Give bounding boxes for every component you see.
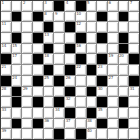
white-cell-r1c4[interactable] xyxy=(33,1,43,11)
clue-number: 18 xyxy=(44,54,49,58)
white-cell-r1c11[interactable]: 6 xyxy=(108,1,118,11)
black-cell-r13c8 xyxy=(76,129,86,139)
black-cell-r6c13 xyxy=(129,54,139,64)
black-cell-r9c9 xyxy=(87,87,97,97)
black-cell-r8c1 xyxy=(1,76,11,86)
white-cell-r5c6[interactable] xyxy=(54,44,64,54)
black-cell-r6c4 xyxy=(33,54,43,64)
clue-number: 4 xyxy=(66,1,68,5)
white-cell-r10c1[interactable] xyxy=(1,97,11,107)
white-cell-r7c8[interactable]: 22 xyxy=(76,65,86,75)
black-cell-r9c7 xyxy=(65,87,75,97)
white-cell-r12c7[interactable]: 37 xyxy=(65,119,75,129)
white-cell-r8c3[interactable] xyxy=(22,76,32,86)
clue-number: 10 xyxy=(76,12,81,16)
clue-number: 28 xyxy=(2,87,7,91)
white-cell-r9c3[interactable]: 29 xyxy=(22,87,32,97)
white-cell-r4c6[interactable] xyxy=(54,33,64,43)
white-cell-r11c1[interactable]: 33 xyxy=(1,108,11,118)
white-cell-r8c9[interactable] xyxy=(87,76,97,86)
black-cell-r8c10 xyxy=(97,76,107,86)
black-cell-r4c4 xyxy=(33,33,43,43)
clue-number: 20 xyxy=(119,54,124,58)
clue-number: 27 xyxy=(108,76,113,80)
white-cell-r9c6[interactable] xyxy=(54,87,64,97)
white-cell-r1c2[interactable] xyxy=(12,1,22,11)
white-cell-r1c10[interactable] xyxy=(97,1,107,11)
white-cell-r3c4[interactable] xyxy=(33,22,43,32)
clue-number: 21 xyxy=(2,65,7,69)
white-cell-r7c6[interactable] xyxy=(54,65,64,75)
clue-number: 2 xyxy=(23,1,25,5)
white-cell-r7c3[interactable] xyxy=(22,65,32,75)
clue-number: 38 xyxy=(87,119,92,123)
white-cell-r4c3[interactable] xyxy=(22,33,32,43)
white-cell-r12c5[interactable]: 36 xyxy=(44,119,54,129)
black-cell-r4c2 xyxy=(12,33,22,43)
white-cell-r12c1[interactable] xyxy=(1,119,11,129)
white-cell-r6c12[interactable]: 20 xyxy=(119,54,129,64)
white-cell-r7c4[interactable] xyxy=(33,65,43,75)
black-cell-r3c5 xyxy=(44,22,54,32)
white-cell-r13c11[interactable] xyxy=(108,129,118,139)
black-cell-r4c12 xyxy=(119,33,129,43)
white-cell-r3c11[interactable] xyxy=(108,22,118,32)
white-cell-r5c1[interactable]: 14 xyxy=(1,44,11,54)
white-cell-r12c11[interactable] xyxy=(108,119,118,129)
black-cell-r4c8 xyxy=(76,33,86,43)
black-cell-r12c4 xyxy=(33,119,43,129)
clue-number: 17 xyxy=(12,54,17,58)
black-cell-r2c4 xyxy=(33,12,43,22)
black-cell-r6c1 xyxy=(1,54,11,64)
clue-number: 23 xyxy=(98,65,103,69)
white-cell-r13c9[interactable]: 40 xyxy=(87,129,97,139)
white-cell-r2c5[interactable]: 8 xyxy=(44,12,54,22)
black-cell-r5c5 xyxy=(44,44,54,54)
white-cell-r7c1[interactable]: 21 xyxy=(1,65,11,75)
white-cell-r11c12[interactable] xyxy=(119,108,129,118)
white-cell-r10c13[interactable] xyxy=(129,97,139,107)
white-cell-r12c3[interactable] xyxy=(22,119,32,129)
white-cell-r5c11[interactable] xyxy=(108,44,118,54)
white-cell-r2c13[interactable] xyxy=(129,12,139,22)
white-cell-r6c9[interactable] xyxy=(87,54,97,64)
white-cell-r4c5[interactable]: 13 xyxy=(44,33,54,43)
black-cell-r3c7 xyxy=(65,22,75,32)
white-cell-r12c9[interactable]: 38 xyxy=(87,119,97,129)
black-cell-r13c6 xyxy=(54,129,64,139)
clue-number: 36 xyxy=(44,119,49,123)
white-cell-r2c7[interactable] xyxy=(65,12,75,22)
clue-number: 30 xyxy=(98,87,103,91)
white-cell-r3c8[interactable]: 12 xyxy=(76,22,86,32)
white-cell-r11c2[interactable] xyxy=(12,108,22,118)
clue-number: 31 xyxy=(130,87,135,91)
white-cell-r7c2[interactable] xyxy=(12,65,22,75)
white-cell-r12c13[interactable] xyxy=(129,119,139,129)
white-cell-r10c8[interactable] xyxy=(76,97,86,107)
white-cell-r2c6[interactable]: 9 xyxy=(54,12,64,22)
white-cell-r10c3[interactable] xyxy=(22,97,32,107)
clue-number: 34 xyxy=(55,108,60,112)
white-cell-r5c4[interactable] xyxy=(33,44,43,54)
white-cell-r7c12[interactable] xyxy=(119,65,129,75)
white-cell-r9c11[interactable] xyxy=(108,87,118,97)
crossword-board: 1234567891011121314151617181920212223242… xyxy=(0,0,140,140)
clue-number: 19 xyxy=(108,54,113,58)
white-cell-r4c9[interactable] xyxy=(87,33,97,43)
clue-number: 33 xyxy=(2,108,7,112)
black-cell-r12c10 xyxy=(97,119,107,129)
white-cell-r12c6[interactable] xyxy=(54,119,64,129)
white-cell-r11c6[interactable]: 34 xyxy=(54,108,64,118)
white-cell-r12c8[interactable] xyxy=(76,119,86,129)
white-cell-r6c11[interactable]: 19 xyxy=(108,54,118,64)
white-cell-r8c7[interactable]: 26 xyxy=(65,76,75,86)
clue-number: 14 xyxy=(2,44,7,48)
white-cell-r1c7[interactable]: 4 xyxy=(65,1,75,11)
white-cell-r8c12[interactable] xyxy=(119,76,129,86)
white-cell-r4c11[interactable] xyxy=(108,33,118,43)
clue-number: 24 xyxy=(12,76,17,80)
white-cell-r13c1[interactable]: 39 xyxy=(1,129,11,139)
white-cell-r13c5[interactable] xyxy=(44,129,54,139)
white-cell-r9c13[interactable]: 31 xyxy=(129,87,139,97)
white-cell-r13c4[interactable] xyxy=(33,129,43,139)
clue-number: 8 xyxy=(44,12,46,16)
white-cell-r13c10[interactable] xyxy=(97,129,107,139)
white-cell-r13c13[interactable] xyxy=(129,129,139,139)
clue-number: 11 xyxy=(2,22,7,26)
white-cell-r11c5[interactable] xyxy=(44,108,54,118)
white-cell-r5c2[interactable]: 15 xyxy=(12,44,22,54)
clue-number: 29 xyxy=(23,87,28,91)
white-cell-r3c13[interactable] xyxy=(129,22,139,32)
white-cell-r1c1[interactable]: 1 xyxy=(1,1,11,11)
black-cell-r7c9 xyxy=(87,65,97,75)
black-cell-r10c12 xyxy=(119,97,129,107)
white-cell-r5c3[interactable] xyxy=(22,44,32,54)
clue-number: 16 xyxy=(76,44,81,48)
black-cell-r5c12 xyxy=(119,44,129,54)
clue-number: 37 xyxy=(66,119,71,123)
clue-number: 6 xyxy=(108,1,110,5)
white-cell-r8c5[interactable]: 25 xyxy=(44,76,54,86)
white-cell-r10c11[interactable] xyxy=(108,97,118,107)
black-cell-r7c7 xyxy=(65,65,75,75)
white-cell-r1c3[interactable]: 2 xyxy=(22,1,32,11)
clue-number: 12 xyxy=(76,22,81,26)
black-cell-r12c2 xyxy=(12,119,22,129)
white-cell-r2c1[interactable] xyxy=(1,12,11,22)
black-cell-r2c10 xyxy=(97,12,107,22)
white-cell-r6c7[interactable] xyxy=(65,54,75,64)
clue-number: 40 xyxy=(87,129,92,133)
clue-number: 22 xyxy=(76,65,81,69)
black-cell-r10c2 xyxy=(12,97,22,107)
white-cell-r11c13[interactable] xyxy=(129,108,139,118)
white-cell-r8c2[interactable]: 24 xyxy=(12,76,22,86)
white-cell-r2c11[interactable] xyxy=(108,12,118,22)
clue-number: 7 xyxy=(130,1,132,5)
white-cell-r1c13[interactable]: 7 xyxy=(129,1,139,11)
clue-number: 13 xyxy=(44,33,49,37)
white-cell-r13c12[interactable] xyxy=(119,129,129,139)
white-cell-r1c5[interactable]: 3 xyxy=(44,1,54,11)
white-cell-r13c3[interactable] xyxy=(22,129,32,139)
black-cell-r10c10 xyxy=(97,97,107,107)
black-cell-r2c12 xyxy=(119,12,129,22)
white-cell-r11c4[interactable] xyxy=(33,108,43,118)
black-cell-r1c6 xyxy=(54,1,64,11)
black-cell-r11c9 xyxy=(87,108,97,118)
white-cell-r5c10[interactable] xyxy=(97,44,107,54)
white-cell-r9c12[interactable] xyxy=(119,87,129,97)
white-cell-r3c2[interactable] xyxy=(12,22,22,32)
white-cell-r10c9[interactable] xyxy=(87,97,97,107)
black-cell-r10c6 xyxy=(54,97,64,107)
white-cell-r2c8[interactable]: 10 xyxy=(76,12,86,22)
white-cell-r7c10[interactable]: 23 xyxy=(97,65,107,75)
black-cell-r1c8 xyxy=(76,1,86,11)
white-cell-r6c6[interactable] xyxy=(54,54,64,64)
white-cell-r6c2[interactable]: 17 xyxy=(12,54,22,64)
clue-number: 9 xyxy=(55,12,57,16)
white-cell-r2c3[interactable] xyxy=(22,12,32,22)
white-cell-r3c9[interactable] xyxy=(87,22,97,32)
white-cell-r3c10[interactable] xyxy=(97,22,107,32)
black-cell-r7c5 xyxy=(44,65,54,75)
white-cell-r3c12[interactable] xyxy=(119,22,129,32)
clue-number: 39 xyxy=(2,129,7,133)
black-cell-r12c12 xyxy=(119,119,129,129)
black-cell-r8c6 xyxy=(54,76,64,86)
white-cell-r11c8[interactable] xyxy=(76,108,86,118)
white-cell-r5c9[interactable] xyxy=(87,44,97,54)
clue-number: 25 xyxy=(44,76,49,80)
white-cell-r3c1[interactable]: 11 xyxy=(1,22,11,32)
white-cell-r3c3[interactable] xyxy=(22,22,32,32)
clue-number: 35 xyxy=(98,108,103,112)
white-cell-r1c9[interactable]: 5 xyxy=(87,1,97,11)
white-cell-r6c5[interactable]: 18 xyxy=(44,54,54,64)
white-cell-r2c9[interactable] xyxy=(87,12,97,22)
white-cell-r11c11[interactable] xyxy=(108,108,118,118)
white-cell-r10c7[interactable]: 32 xyxy=(65,97,75,107)
white-cell-r13c7[interactable] xyxy=(65,129,75,139)
white-cell-r9c1[interactable]: 28 xyxy=(1,87,11,97)
white-cell-r10c5[interactable] xyxy=(44,97,54,107)
white-cell-r7c11[interactable] xyxy=(108,65,118,75)
black-cell-r6c8 xyxy=(76,54,86,64)
white-cell-r4c1[interactable] xyxy=(1,33,11,43)
white-cell-r4c13[interactable] xyxy=(129,33,139,43)
black-cell-r5c7 xyxy=(65,44,75,54)
white-cell-r9c8[interactable] xyxy=(76,87,86,97)
white-cell-r13c2[interactable] xyxy=(12,129,22,139)
black-cell-r9c2 xyxy=(12,87,22,97)
white-cell-r5c8[interactable]: 16 xyxy=(76,44,86,54)
white-cell-r9c10[interactable]: 30 xyxy=(97,87,107,97)
black-cell-r2c2 xyxy=(12,12,22,22)
clue-number: 26 xyxy=(66,76,71,80)
clue-number: 3 xyxy=(44,1,46,5)
clue-number: 5 xyxy=(87,1,89,5)
white-cell-r8c8[interactable] xyxy=(76,76,86,86)
white-cell-r4c7[interactable] xyxy=(65,33,75,43)
black-cell-r11c7 xyxy=(65,108,75,118)
white-cell-r3c6[interactable] xyxy=(54,22,64,32)
white-cell-r6c3[interactable] xyxy=(22,54,32,64)
black-cell-r6c10 xyxy=(97,54,107,64)
white-cell-r9c4[interactable] xyxy=(33,87,43,97)
black-cell-r8c13 xyxy=(129,76,139,86)
clue-number: 1 xyxy=(2,1,4,5)
white-cell-r8c11[interactable]: 27 xyxy=(108,76,118,86)
white-cell-r7c13[interactable] xyxy=(129,65,139,75)
white-cell-r11c10[interactable]: 35 xyxy=(97,108,107,118)
clue-number: 15 xyxy=(12,44,17,48)
white-cell-r9c5[interactable] xyxy=(44,87,54,97)
clue-number: 32 xyxy=(66,97,71,101)
white-cell-r1c12[interactable] xyxy=(119,1,129,11)
black-cell-r8c4 xyxy=(33,76,43,86)
white-cell-r11c3[interactable] xyxy=(22,108,32,118)
black-cell-r4c10 xyxy=(97,33,107,43)
black-cell-r10c4 xyxy=(33,97,43,107)
white-cell-r5c13[interactable] xyxy=(129,44,139,54)
